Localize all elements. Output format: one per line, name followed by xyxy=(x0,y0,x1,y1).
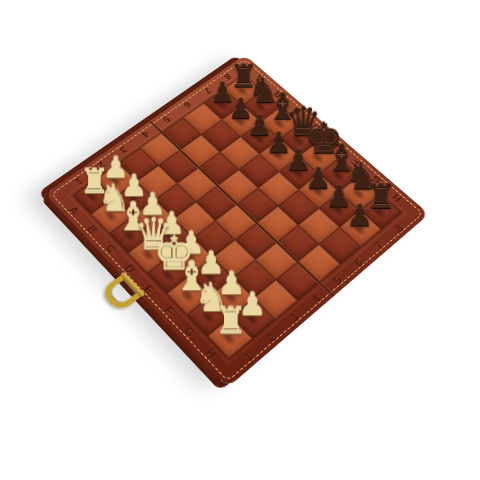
chess-board: ABCDEFGH ABCDEFGH 87654321 87654321 ♜♞♝♛… xyxy=(45,55,429,388)
playing-field: ♜♞♝♛♚♝♞♜♟♟♟♟♟♟♟♟♟♟♟♟♟♟♟♟♜♞♝♛♚♝♞♜ xyxy=(73,75,401,358)
board-frame: ABCDEFGH ABCDEFGH 87654321 87654321 ♜♞♝♛… xyxy=(45,55,429,388)
scene-background: ABCDEFGH ABCDEFGH 87654321 87654321 ♜♞♝♛… xyxy=(0,0,480,480)
piece-black-pawn[interactable]: ♟ xyxy=(346,201,375,228)
piece-white-rook[interactable]: ♜ xyxy=(214,304,245,337)
